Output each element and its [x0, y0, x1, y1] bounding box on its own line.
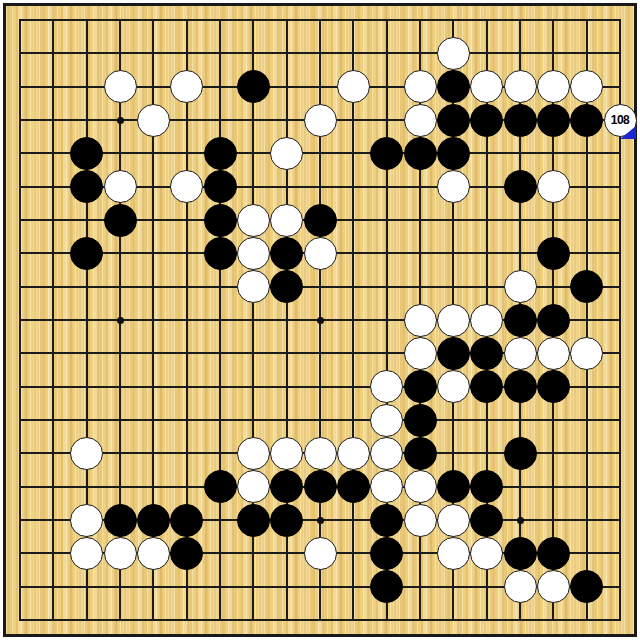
white-stone: [370, 437, 403, 470]
white-stone: [470, 304, 503, 337]
black-stone: [404, 137, 437, 170]
black-stone: [70, 170, 103, 203]
black-stone: [370, 137, 403, 170]
black-stone: [204, 137, 237, 170]
black-stone: [504, 537, 537, 570]
white-stone: [137, 104, 170, 137]
star-point: [117, 117, 124, 124]
white-stone: [404, 504, 437, 537]
black-stone: [504, 370, 537, 403]
white-stone: [437, 37, 470, 70]
black-stone: [537, 304, 570, 337]
black-stone: [70, 137, 103, 170]
white-stone: [237, 237, 270, 270]
white-stone: [437, 170, 470, 203]
black-stone: [270, 504, 303, 537]
black-stone: [504, 304, 537, 337]
white-stone: [370, 370, 403, 403]
star-point: [117, 317, 124, 324]
last-move-triangle-icon: [620, 126, 636, 139]
white-stone: [270, 437, 303, 470]
black-stone: [437, 470, 470, 503]
white-stone: [337, 70, 370, 103]
white-stone: [304, 537, 337, 570]
black-stone: [470, 337, 503, 370]
white-stone: [304, 104, 337, 137]
black-stone: [537, 537, 570, 570]
white-stone: [570, 70, 603, 103]
black-stone: [204, 170, 237, 203]
black-stone: [504, 170, 537, 203]
white-stone: [437, 304, 470, 337]
white-stone: [470, 537, 503, 570]
black-stone: [537, 237, 570, 270]
black-stone: [370, 504, 403, 537]
white-stone: [237, 204, 270, 237]
black-stone: [504, 104, 537, 137]
black-stone: [570, 270, 603, 303]
black-stone: [404, 404, 437, 437]
black-stone: [304, 204, 337, 237]
black-stone: [537, 104, 570, 137]
star-point: [317, 317, 324, 324]
white-stone: [404, 304, 437, 337]
black-stone: [470, 104, 503, 137]
black-stone: [437, 104, 470, 137]
black-stone: [570, 570, 603, 603]
white-stone: [237, 470, 270, 503]
white-stone: [470, 70, 503, 103]
black-stone: [504, 437, 537, 470]
black-stone: [470, 504, 503, 537]
black-stone: [170, 537, 203, 570]
black-stone: [404, 370, 437, 403]
white-stone: [170, 170, 203, 203]
black-stone: [237, 504, 270, 537]
white-stone: [437, 537, 470, 570]
black-stone: [470, 370, 503, 403]
white-stone: [370, 404, 403, 437]
white-stone: [404, 337, 437, 370]
white-stone: [437, 370, 470, 403]
white-stone: [370, 470, 403, 503]
black-stone: [104, 204, 137, 237]
white-stone: [104, 537, 137, 570]
black-stone: [570, 104, 603, 137]
move-number-label: 108: [611, 114, 630, 126]
grid-line: [19, 619, 621, 621]
white-stone: [504, 270, 537, 303]
white-stone: [237, 270, 270, 303]
white-stone: [270, 204, 303, 237]
black-stone: [137, 504, 170, 537]
white-stone: [270, 137, 303, 170]
black-stone: [437, 137, 470, 170]
black-stone: [270, 270, 303, 303]
white-stone: [537, 70, 570, 103]
black-stone: [170, 504, 203, 537]
black-stone: [437, 337, 470, 370]
white-stone: [404, 70, 437, 103]
white-stone: [504, 337, 537, 370]
black-stone: [204, 237, 237, 270]
white-stone: [537, 170, 570, 203]
black-stone: [370, 570, 403, 603]
white-stone: [337, 437, 370, 470]
white-stone: [537, 570, 570, 603]
go-game-screenshot: 108: [0, 0, 640, 640]
white-stone: [70, 504, 103, 537]
star-point: [517, 517, 524, 524]
white-stone: [104, 70, 137, 103]
black-stone: [370, 537, 403, 570]
white-stone: [504, 570, 537, 603]
black-stone: [237, 70, 270, 103]
black-stone: [404, 437, 437, 470]
black-stone: [337, 470, 370, 503]
star-point: [317, 517, 324, 524]
black-stone: [70, 237, 103, 270]
white-stone: [537, 337, 570, 370]
white-stone: [237, 437, 270, 470]
black-stone: [204, 204, 237, 237]
grid-line: [352, 19, 354, 621]
black-stone: [270, 237, 303, 270]
white-stone: [70, 437, 103, 470]
grid-line: [19, 419, 621, 421]
white-stone: [404, 470, 437, 503]
white-stone: [570, 337, 603, 370]
white-stone: [304, 237, 337, 270]
black-stone: [304, 470, 337, 503]
white-stone: [70, 537, 103, 570]
white-stone: [437, 504, 470, 537]
white-stone: [504, 70, 537, 103]
black-stone: [204, 470, 237, 503]
black-stone: [270, 470, 303, 503]
white-stone: [304, 437, 337, 470]
white-stone: [404, 104, 437, 137]
black-stone: [470, 470, 503, 503]
black-stone: [104, 504, 137, 537]
black-stone: [537, 370, 570, 403]
go-board[interactable]: 108: [3, 3, 637, 637]
white-stone: [170, 70, 203, 103]
white-stone: [104, 170, 137, 203]
black-stone: [437, 70, 470, 103]
white-stone: [137, 537, 170, 570]
